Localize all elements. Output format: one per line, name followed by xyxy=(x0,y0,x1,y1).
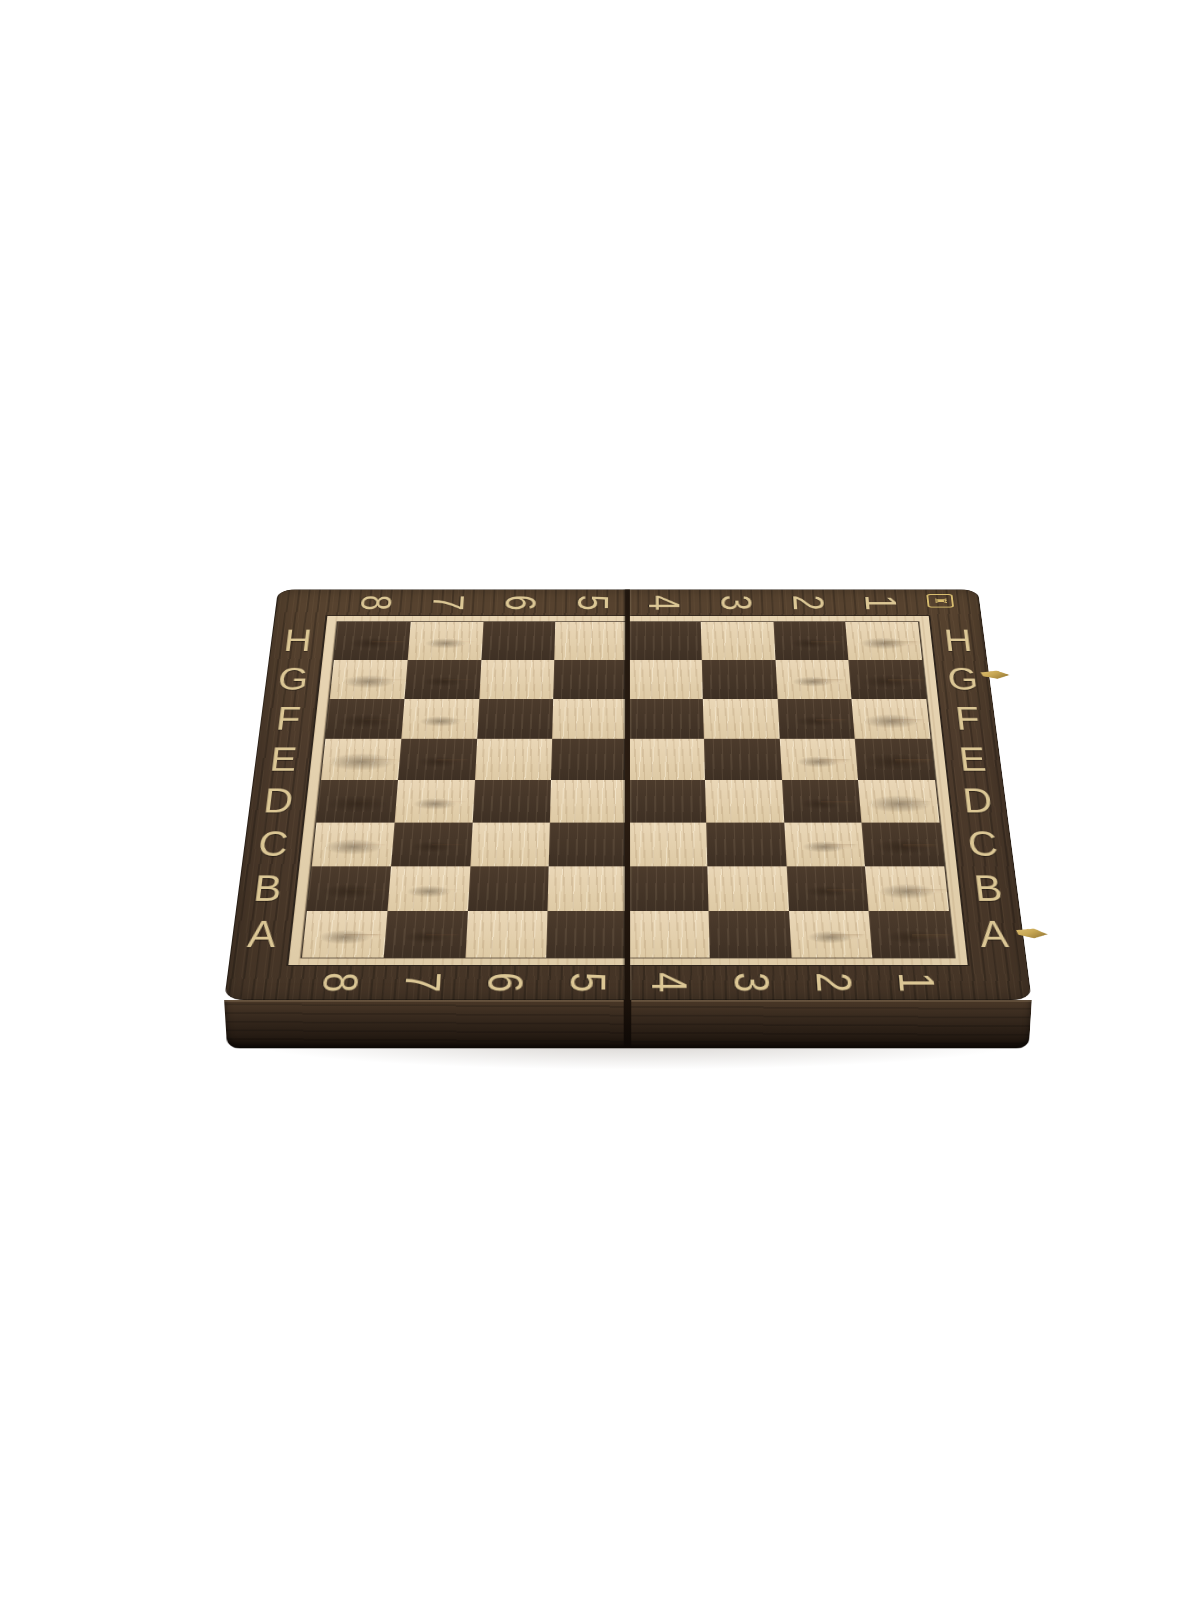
square-g6[interactable] xyxy=(479,660,555,699)
square-a5[interactable] xyxy=(546,911,628,957)
rank-label-far-5: 5 xyxy=(568,595,617,610)
square-b6[interactable] xyxy=(467,866,548,911)
square-b5[interactable] xyxy=(548,866,628,911)
box-front-seam xyxy=(624,1000,632,1049)
rank-label-far-4: 4 xyxy=(640,595,689,610)
square-b3[interactable] xyxy=(707,866,788,911)
square-a3[interactable] xyxy=(708,911,791,957)
square-e6[interactable] xyxy=(475,739,553,780)
box-front-face xyxy=(224,1000,1032,1049)
square-h4[interactable] xyxy=(628,622,702,660)
file-label-left-A: A xyxy=(246,913,279,955)
fold-seam xyxy=(625,589,630,1000)
square-e5[interactable] xyxy=(551,739,628,780)
chess-board: ♜ 8765432187654321HGFEDCBAHGFEDCBA♜♞♝♛♚♝… xyxy=(224,589,1032,1000)
square-g5[interactable] xyxy=(553,660,628,699)
file-label-right-A: A xyxy=(977,913,1010,955)
square-d3[interactable] xyxy=(705,780,784,822)
square-a6[interactable] xyxy=(465,911,548,957)
square-a4[interactable] xyxy=(628,911,710,957)
square-d6[interactable] xyxy=(472,780,551,822)
square-g3[interactable] xyxy=(702,660,778,699)
square-c3[interactable] xyxy=(706,822,786,866)
square-h5[interactable] xyxy=(554,622,628,660)
rank-label-far-3: 3 xyxy=(711,595,760,610)
square-h6[interactable] xyxy=(481,622,556,660)
square-d5[interactable] xyxy=(550,780,628,822)
rook-glyph: ♜ xyxy=(858,831,964,949)
square-c5[interactable] xyxy=(549,822,628,866)
pawn-glyph: ♟ xyxy=(381,847,471,947)
product-photo-canvas: ♜ 8765432187654321HGFEDCBAHGFEDCBA♜♞♝♛♚♝… xyxy=(0,0,1200,1600)
square-e3[interactable] xyxy=(704,739,782,780)
square-g4[interactable] xyxy=(628,660,703,699)
scene: ♜ 8765432187654321HGFEDCBAHGFEDCBA♜♞♝♛♚♝… xyxy=(0,0,1200,1600)
square-h3[interactable] xyxy=(701,622,776,660)
rank-label-far-6: 6 xyxy=(495,595,544,610)
square-d4[interactable] xyxy=(628,780,706,822)
square-c6[interactable] xyxy=(470,822,550,866)
square-b4[interactable] xyxy=(628,866,708,911)
square-e4[interactable] xyxy=(628,739,705,780)
square-c4[interactable] xyxy=(628,822,707,866)
